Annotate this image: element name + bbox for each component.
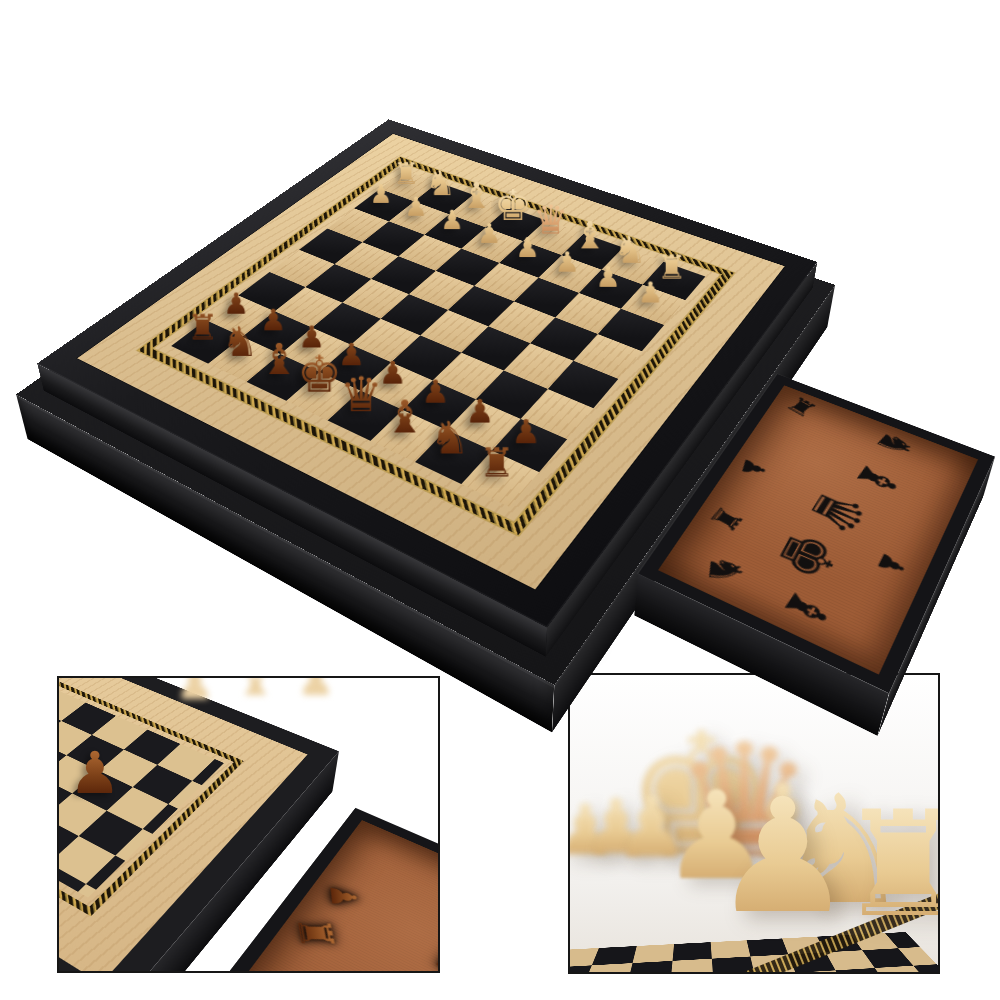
- inset-board-corner: [57, 676, 339, 973]
- background-piece-top-pawn: ♟: [175, 676, 214, 706]
- drawer-slot-rook: ♜: [780, 393, 822, 422]
- piece-white-pawn-b2[interactable]: ♟: [585, 245, 632, 292]
- inset-left-scene: ♟♞♜♛♚♝♜♟♞♜: [59, 678, 438, 971]
- drawer-slot-pawn: ♟: [872, 549, 912, 581]
- drawer-slot-bishop: ♝: [845, 456, 910, 503]
- product-photo-canvas: ♜♞♝♛♚♝♟♜♞♟ ♜♞♝♚♛♝♞♜♟♟♟♟♟♟♟♟♟♟♟♟♟♟♟♟♜♞♝♚♛…: [0, 0, 1000, 1000]
- piece-white-pawn-c2[interactable]: ♟: [544, 230, 590, 276]
- tray-piece-rook: ♜: [290, 917, 340, 949]
- drawer-slot-king: ♚: [764, 523, 849, 590]
- drawer-slot-bishop: ♝: [771, 581, 840, 637]
- drawer-slot-pawn: ♟: [737, 456, 771, 481]
- drawer-slot-knight: ♞: [868, 426, 921, 463]
- drawer-slot-knight: ♞: [701, 552, 748, 590]
- background-piece-top-pawn: ♟: [297, 676, 335, 702]
- closeup-piece-pawn: ♟: [712, 777, 854, 935]
- inset-left-box: ♟♞♜♛♚♝♜♟♞♜: [57, 676, 440, 973]
- piece-white-pawn-a2[interactable]: ♟: [627, 260, 675, 308]
- tray-piece-queen: ♛: [418, 932, 440, 973]
- drawer-slot-rook: ♜: [703, 501, 749, 536]
- tray-piece-pawn: ♟: [325, 884, 363, 910]
- scene-3d: ♜♞♝♛♚♝♟♜♞♟ ♜♞♝♚♛♝♞♜♟♟♟♟♟♟♟♟♟♟♟♟♟♟♟♟♜♞♝♚♛…: [0, 0, 1000, 670]
- piece-brown-rook-a8[interactable]: ♜: [468, 426, 525, 483]
- background-piece-top-bishop: ♝: [235, 676, 276, 702]
- chess-box: ♜♞♝♛♚♝♟♜♞♟ ♜♞♝♚♛♝♞♜♟♟♟♟♟♟♟♟♟♟♟♟♟♟♟♟♜♞♝♚♛…: [37, 119, 817, 627]
- main-photo: ♜♞♝♛♚♝♟♜♞♟ ♜♞♝♚♛♝♞♜♟♟♟♟♟♟♟♟♟♟♟♟♟♟♟♟♜♞♝♚♛…: [0, 0, 1000, 670]
- inset-maple-border: [57, 676, 308, 973]
- inset-drawer-closeup: ♟♞♜♛♚♝♜♟♞♜ ♟ ♟♝♟: [57, 676, 440, 973]
- drawer-slot-queen: ♛: [796, 482, 877, 543]
- standing-pawn: ♟: [69, 744, 121, 802]
